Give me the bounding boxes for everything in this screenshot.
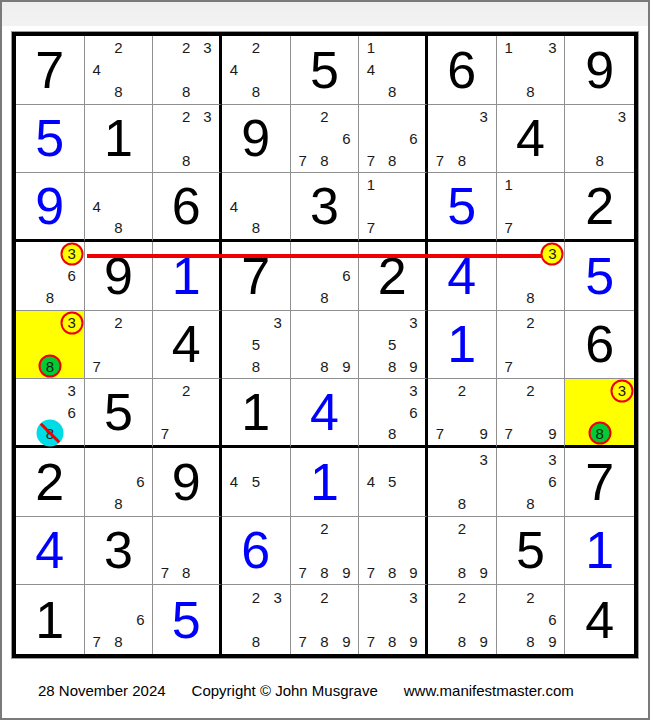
cell-r8c8[interactable]: 5 [497,517,566,586]
pencil-mark-7: 7 [360,631,381,653]
empty-slot [403,334,424,356]
empty-slot [245,196,267,217]
given-digit: 1 [16,585,84,654]
cell-r6c5[interactable]: 4 [291,379,360,448]
empty-slot [382,37,403,59]
cell-r9c1[interactable]: 1 [16,585,85,654]
empty-slot [382,128,403,150]
empty-slot [267,59,289,81]
solved-digit: 1 [291,448,359,516]
empty-slot [403,196,424,217]
given-digit: 6 [428,36,496,104]
given-digit: 3 [291,173,359,239]
empty-slot [197,59,218,81]
cell-r3c6[interactable]: 17 [359,173,428,242]
pencil-mark-8: 8 [314,355,336,377]
empty-slot [17,402,39,423]
empty-slot [176,540,197,562]
empty-slot [403,217,424,238]
cell-r2c4[interactable]: 9 [222,105,291,174]
cell-r5c1[interactable]: 38 [16,311,85,380]
empty-slot [197,402,218,423]
empty-slot [223,631,245,653]
pencil-marks: 3789 [360,586,424,653]
empty-slot [39,334,61,356]
empty-slot [292,609,314,631]
pencil-mark-7: 7 [360,561,381,583]
cell-r3c8[interactable]: 17 [497,173,566,242]
pencil-marks: 2689 [498,586,564,653]
empty-slot [403,81,424,103]
empty-slot [611,149,633,171]
cell-r1c6[interactable]: 148 [359,36,428,105]
empty-slot [360,81,381,103]
empty-slot [292,355,314,377]
empty-slot [451,402,473,423]
pencil-mark-8: 8 [520,493,542,515]
empty-slot [223,37,245,59]
pencil-marks: 678 [86,586,152,653]
sudoku-board: 7248238248514861389512389267867837843894… [12,32,638,658]
empty-slot [541,174,563,195]
pencil-mark-2: 2 [108,37,130,59]
pencil-mark-9: 9 [473,423,495,444]
pencil-mark-8: 8 [245,81,267,103]
empty-slot [197,380,218,401]
empty-slot [86,609,108,631]
cell-r1c3[interactable]: 238 [153,36,222,105]
empty-slot [451,609,473,631]
cell-r6c9[interactable]: 38 [565,379,634,448]
pencil-mark-8: 8 [451,561,473,583]
pencil-mark-2: 2 [520,586,542,608]
pencil-mark-2: 2 [451,518,473,540]
cell-r2c5[interactable]: 2678 [291,105,360,174]
pencil-marks: 27 [86,312,152,378]
cell-r5c3[interactable]: 4 [153,311,222,380]
cell-r5c8[interactable]: 27 [497,311,566,380]
solved-digit: 5 [428,173,496,239]
cell-r8c2[interactable]: 3 [85,517,154,586]
cell-r8c4[interactable]: 6 [222,517,291,586]
empty-slot [360,355,381,377]
empty-slot [39,265,61,287]
cell-r1c4[interactable]: 248 [222,36,291,105]
cell-r4c7[interactable]: 4 [428,242,497,311]
pencil-mark-7: 7 [154,423,175,444]
cell-r4c8[interactable]: 38 [497,242,566,311]
empty-slot [382,106,403,128]
pencil-marks: 238 [154,106,218,172]
pencil-mark-8: 8 [176,149,197,171]
cell-r2c7[interactable]: 378 [428,105,497,174]
cell-r6c6[interactable]: 368 [359,379,428,448]
cell-r5c2[interactable]: 27 [85,311,154,380]
empty-slot [267,334,289,356]
empty-slot [429,586,451,608]
cell-r7c4[interactable]: 45 [222,448,291,517]
pencil-marks: 2789 [292,518,358,584]
cell-r7c7[interactable]: 38 [428,448,497,517]
empty-slot [245,312,267,334]
cell-r1c1[interactable]: 7 [16,36,85,105]
empty-slot [154,540,175,562]
empty-slot [429,471,451,493]
empty-slot [176,128,197,150]
cell-r4c3[interactable]: 1 [153,242,222,311]
pencil-mark-8: 8 [451,493,473,515]
cell-r8c7[interactable]: 289 [428,517,497,586]
empty-slot [541,287,563,309]
empty-slot [520,334,542,356]
empty-slot [86,471,108,493]
pencil-mark-8: 8 [382,561,403,583]
empty-slot [520,37,542,59]
solved-digit: 1 [565,517,634,585]
pencil-mark-3: 3 [197,106,218,128]
empty-slot [541,380,563,401]
empty-slot [498,609,520,631]
empty-slot [176,402,197,423]
empty-slot [473,380,495,401]
cell-r7c6[interactable]: 45 [359,448,428,517]
pencil-marks: 289 [429,518,495,584]
given-digit: 6 [153,173,219,239]
cell-r6c3[interactable]: 27 [153,379,222,448]
cell-r3c7[interactable]: 5 [428,173,497,242]
pencil-mark-8: 8 [314,561,336,583]
cell-r9c6[interactable]: 3789 [359,585,428,654]
pencil-mark-1: 1 [498,174,520,195]
empty-slot [451,128,473,150]
empty-slot [429,128,451,150]
empty-slot [566,106,588,128]
empty-slot [39,380,61,401]
empty-slot [129,174,151,195]
pencil-mark-3: 3 [541,449,563,471]
pencil-mark-7: 7 [429,423,451,444]
pencil-mark-8: 8 [382,423,403,444]
cell-r4c2[interactable]: 9 [85,242,154,311]
pencil-marks: 38 [17,312,83,378]
cell-r2c8[interactable]: 4 [497,105,566,174]
empty-slot [154,59,175,81]
pencil-marks: 38 [429,449,495,515]
empty-slot [429,380,451,401]
given-digit: 5 [291,36,359,104]
cell-r7c2[interactable]: 68 [85,448,154,517]
empty-slot [520,402,542,423]
cell-r3c4[interactable]: 48 [222,173,291,242]
cell-r7c3[interactable]: 9 [153,448,222,517]
solved-digit: 4 [16,517,84,585]
empty-slot [292,586,314,608]
empty-slot [292,265,314,287]
cell-r7c5[interactable]: 1 [291,448,360,517]
cell-r6c2[interactable]: 5 [85,379,154,448]
empty-slot [541,355,563,377]
empty-slot [292,312,314,334]
solved-digit: 1 [428,311,496,379]
empty-slot [520,471,542,493]
cell-r9c5[interactable]: 2789 [291,585,360,654]
empty-slot [245,59,267,81]
cell-r9c3[interactable]: 5 [153,585,222,654]
cell-r4c5[interactable]: 68 [291,242,360,311]
footer-date: 28 November 2024 [38,682,166,699]
pencil-mark-8: 8 [108,217,130,238]
empty-slot [382,609,403,631]
solved-digit: 1 [153,242,219,310]
pencil-mark-8: 8 [245,631,267,653]
empty-slot [403,106,424,128]
cell-r9c7[interactable]: 289 [428,585,497,654]
empty-slot [267,37,289,59]
empty-slot [314,609,336,631]
empty-slot [360,196,381,217]
cell-r3c1[interactable]: 9 [16,173,85,242]
cell-r9c8[interactable]: 2689 [497,585,566,654]
empty-slot [197,561,218,583]
empty-slot [451,449,473,471]
empty-slot [473,518,495,540]
cell-r9c2[interactable]: 678 [85,585,154,654]
empty-slot [197,81,218,103]
empty-slot [129,81,151,103]
empty-slot [541,59,563,81]
empty-slot [223,81,245,103]
pencil-mark-5: 5 [382,471,403,493]
pencil-mark-8: 8 [382,355,403,377]
empty-slot [382,380,403,401]
empty-slot [335,609,357,631]
pencil-mark-7: 7 [86,631,108,653]
cell-r6c1[interactable]: 368 [16,379,85,448]
given-digit: 4 [565,585,634,654]
annotated-mark-3: 3 [611,380,633,401]
empty-slot [382,518,403,540]
empty-slot [360,312,381,334]
cell-r3c5[interactable]: 3 [291,173,360,242]
title-bar [2,2,648,26]
cell-r2c9[interactable]: 38 [565,105,634,174]
pencil-mark-2: 2 [245,586,267,608]
cell-r8c9[interactable]: 1 [565,517,634,586]
given-digit: 4 [497,105,565,173]
empty-slot [566,380,588,401]
empty-slot [17,287,39,309]
empty-slot [360,586,381,608]
cell-r5c9[interactable]: 6 [565,311,634,380]
empty-slot [86,312,108,334]
empty-slot [429,631,451,653]
cell-r5c7[interactable]: 1 [428,311,497,380]
empty-slot [197,518,218,540]
pencil-marks: 678 [360,106,424,172]
cell-r3c3[interactable]: 6 [153,173,222,242]
cell-r6c7[interactable]: 279 [428,379,497,448]
empty-slot [541,312,563,334]
cell-r9c9[interactable]: 4 [565,585,634,654]
cell-r2c3[interactable]: 238 [153,105,222,174]
empty-slot [129,586,151,608]
empty-slot [108,59,130,81]
given-digit: 9 [153,448,219,516]
empty-slot [267,631,289,653]
cell-r7c9[interactable]: 7 [565,448,634,517]
empty-slot [429,609,451,631]
pencil-mark-8: 8 [176,561,197,583]
empty-slot [382,449,403,471]
empty-slot [108,471,130,493]
given-digit: 6 [565,311,634,379]
cell-r2c1[interactable]: 5 [16,105,85,174]
empty-slot [473,586,495,608]
pencil-marks: 368 [17,243,83,309]
empty-slot [498,631,520,653]
cell-r9c4[interactable]: 238 [222,585,291,654]
pencil-mark-3: 3 [403,312,424,334]
pencil-mark-6: 6 [541,471,563,493]
cell-r6c8[interactable]: 279 [497,379,566,448]
pencil-mark-6: 6 [129,609,151,631]
empty-slot [129,631,151,653]
empty-slot [267,609,289,631]
empty-slot [360,423,381,444]
empty-slot [360,106,381,128]
empty-slot [197,540,218,562]
empty-slot [520,174,542,195]
pencil-mark-8: 8 [520,287,542,309]
pencil-mark-2: 2 [451,586,473,608]
cell-r1c2[interactable]: 248 [85,36,154,105]
solved-digit: 5 [153,585,219,654]
empty-slot [473,402,495,423]
cell-r8c1[interactable]: 4 [16,517,85,586]
empty-slot [541,217,563,238]
pencil-mark-1: 1 [360,37,381,59]
pencil-mark-2: 2 [520,312,542,334]
cell-r8c5[interactable]: 2789 [291,517,360,586]
empty-slot [61,355,83,377]
pencil-mark-9: 9 [335,631,357,653]
cell-r6c4[interactable]: 1 [222,379,291,448]
pencil-mark-8: 8 [108,631,130,653]
cell-r3c9[interactable]: 2 [565,173,634,242]
empty-slot [473,471,495,493]
empty-slot [335,287,357,309]
empty-slot [360,609,381,631]
empty-slot [541,334,563,356]
empty-slot [267,471,289,493]
empty-slot [223,312,245,334]
cell-r1c7[interactable]: 6 [428,36,497,105]
pencil-mark-9: 9 [335,561,357,583]
cell-r4c1[interactable]: 368 [16,242,85,311]
empty-slot [129,493,151,515]
empty-slot [360,493,381,515]
empty-slot [86,493,108,515]
empty-slot [611,128,633,150]
pencil-mark-2: 2 [314,518,336,540]
pencil-mark-2: 2 [451,380,473,401]
pencil-mark-7: 7 [498,355,520,377]
cell-r5c6[interactable]: 3589 [359,311,428,380]
empty-slot [129,334,151,356]
pencil-mark-3: 3 [403,380,424,401]
pencil-marks: 2789 [292,586,358,653]
empty-slot [154,81,175,103]
empty-slot [451,106,473,128]
empty-slot [498,265,520,287]
pencil-mark-6: 6 [129,471,151,493]
cell-r7c1[interactable]: 2 [16,448,85,517]
pencil-mark-8: 8 [520,631,542,653]
given-digit: 9 [85,242,153,310]
pencil-mark-8: 8 [589,149,611,171]
pencil-mark-8: 8 [382,149,403,171]
empty-slot [360,380,381,401]
empty-slot [108,334,130,356]
empty-slot [129,217,151,238]
empty-slot [403,174,424,195]
empty-slot [129,449,151,471]
empty-slot [314,128,336,150]
cell-r1c9[interactable]: 9 [565,36,634,105]
annotated-mark-3: 3 [61,243,83,265]
empty-slot [498,196,520,217]
cell-r2c6[interactable]: 678 [359,105,428,174]
pencil-mark-1: 1 [360,174,381,195]
given-digit: 7 [16,36,84,104]
cell-r2c2[interactable]: 1 [85,105,154,174]
cell-r4c6[interactable]: 2 [359,242,428,311]
empty-slot [292,128,314,150]
cell-r4c4[interactable]: 7 [222,242,291,311]
pencil-mark-9: 9 [403,355,424,377]
pencil-mark-8: 8 [245,355,267,377]
given-digit: 2 [16,448,84,516]
pencil-mark-8: 8 [176,81,197,103]
empty-slot [520,449,542,471]
pencil-mark-7: 7 [154,561,175,583]
cell-r3c2[interactable]: 48 [85,173,154,242]
empty-slot [86,217,108,238]
cell-r1c8[interactable]: 138 [497,36,566,105]
pencil-mark-7: 7 [360,149,381,171]
empty-slot [429,106,451,128]
cell-r4c9[interactable]: 5 [565,242,634,311]
empty-slot [403,518,424,540]
cell-r7c8[interactable]: 368 [497,448,566,517]
empty-slot [520,355,542,377]
cell-r5c5[interactable]: 89 [291,311,360,380]
cell-r1c5[interactable]: 5 [291,36,360,105]
cell-r8c3[interactable]: 78 [153,517,222,586]
pencil-mark-4: 4 [360,471,381,493]
pencil-mark-3: 3 [473,106,495,128]
pencil-mark-9: 9 [473,631,495,653]
cell-r5c4[interactable]: 358 [222,311,291,380]
empty-slot [223,355,245,377]
pencil-marks: 789 [360,518,424,584]
empty-slot [403,59,424,81]
empty-slot [223,174,245,195]
cell-r8c6[interactable]: 789 [359,517,428,586]
empty-slot [267,81,289,103]
empty-slot [17,380,39,401]
empty-slot [245,174,267,195]
